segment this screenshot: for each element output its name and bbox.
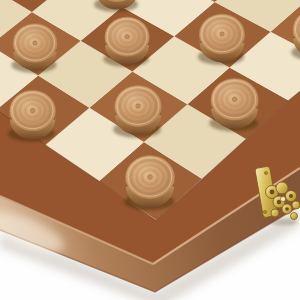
checker-piece[interactable]	[103, 17, 149, 67]
checker-piece[interactable]	[113, 86, 161, 138]
piece-center-nub	[33, 41, 37, 45]
piece-center-nub	[148, 175, 153, 180]
piece-center-nub	[136, 104, 141, 109]
checker-piece[interactable]	[209, 79, 258, 132]
clasp-scroll	[271, 209, 279, 217]
clasp-scroll	[291, 213, 298, 220]
piece-center-nub	[232, 97, 237, 102]
clasp-scroll-hole	[270, 190, 275, 195]
board-photo	[0, 0, 300, 300]
clasp-scroll-hole	[289, 194, 293, 198]
piece-center-nub	[220, 32, 224, 36]
piece-center-nub	[30, 108, 35, 113]
clasp-scroll	[276, 182, 288, 194]
clasp-screw	[263, 210, 266, 213]
piece-center-nub	[125, 34, 129, 38]
checker-piece[interactable]	[198, 14, 245, 65]
clasp-scroll-hole	[277, 200, 281, 204]
product-photo-checkers-board	[0, 0, 300, 300]
clasp-rivet	[281, 197, 286, 202]
clasp-scroll-hole	[285, 207, 289, 211]
clasp-scroll	[292, 201, 300, 209]
checker-piece[interactable]	[11, 24, 56, 73]
checker-piece[interactable]	[8, 91, 55, 142]
checker-piece[interactable]	[124, 156, 174, 211]
clasp-screw	[264, 171, 267, 174]
